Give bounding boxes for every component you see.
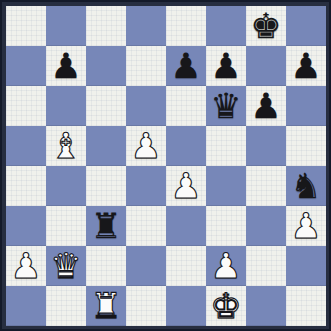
square-f8[interactable] xyxy=(206,6,246,46)
square-h8[interactable] xyxy=(286,6,326,46)
square-b8[interactable] xyxy=(46,6,86,46)
square-a4[interactable] xyxy=(6,166,46,206)
square-f7[interactable]: ♟ xyxy=(206,46,246,86)
square-g7[interactable] xyxy=(246,46,286,86)
square-d2[interactable] xyxy=(126,246,166,286)
piece-black-pawn[interactable]: ♟ xyxy=(246,86,286,126)
square-f4[interactable] xyxy=(206,166,246,206)
square-a5[interactable] xyxy=(6,126,46,166)
square-e8[interactable] xyxy=(166,6,206,46)
square-g1[interactable] xyxy=(246,286,286,326)
square-g2[interactable] xyxy=(246,246,286,286)
piece-black-pawn[interactable]: ♟ xyxy=(286,46,326,86)
square-d5[interactable]: ♟ xyxy=(126,126,166,166)
square-h1[interactable] xyxy=(286,286,326,326)
square-h2[interactable] xyxy=(286,246,326,286)
square-g6[interactable]: ♟ xyxy=(246,86,286,126)
square-d6[interactable] xyxy=(126,86,166,126)
piece-white-pawn[interactable]: ♟ xyxy=(286,206,326,246)
piece-black-pawn[interactable]: ♟ xyxy=(166,46,206,86)
square-c4[interactable] xyxy=(86,166,126,206)
square-a7[interactable] xyxy=(6,46,46,86)
piece-black-pawn[interactable]: ♟ xyxy=(46,46,86,86)
square-a1[interactable] xyxy=(6,286,46,326)
square-h4[interactable]: ♞ xyxy=(286,166,326,206)
square-h7[interactable]: ♟ xyxy=(286,46,326,86)
square-e7[interactable]: ♟ xyxy=(166,46,206,86)
square-e2[interactable] xyxy=(166,246,206,286)
piece-white-rook[interactable]: ♜ xyxy=(86,286,126,326)
piece-white-pawn[interactable]: ♟ xyxy=(126,126,166,166)
square-h3[interactable]: ♟ xyxy=(286,206,326,246)
piece-white-queen[interactable]: ♛ xyxy=(46,246,86,286)
square-a2[interactable]: ♟ xyxy=(6,246,46,286)
square-b4[interactable] xyxy=(46,166,86,206)
square-g3[interactable] xyxy=(246,206,286,246)
piece-black-knight[interactable]: ♞ xyxy=(286,166,326,206)
square-c6[interactable] xyxy=(86,86,126,126)
chess-board: ♚♟♟♟♟♛♟♝♟♟♞♜♟♟♛♟♜♚ xyxy=(6,6,326,326)
square-e4[interactable]: ♟ xyxy=(166,166,206,206)
piece-white-pawn[interactable]: ♟ xyxy=(6,246,46,286)
square-d8[interactable] xyxy=(126,6,166,46)
square-d3[interactable] xyxy=(126,206,166,246)
piece-white-pawn[interactable]: ♟ xyxy=(206,246,246,286)
square-b5[interactable]: ♝ xyxy=(46,126,86,166)
square-b1[interactable] xyxy=(46,286,86,326)
square-f3[interactable] xyxy=(206,206,246,246)
piece-black-queen[interactable]: ♛ xyxy=(206,86,246,126)
square-e5[interactable] xyxy=(166,126,206,166)
square-h6[interactable] xyxy=(286,86,326,126)
square-g4[interactable] xyxy=(246,166,286,206)
square-d7[interactable] xyxy=(126,46,166,86)
square-a3[interactable] xyxy=(6,206,46,246)
square-c2[interactable] xyxy=(86,246,126,286)
piece-black-king[interactable]: ♚ xyxy=(246,6,286,46)
piece-white-bishop[interactable]: ♝ xyxy=(46,126,86,166)
square-c7[interactable] xyxy=(86,46,126,86)
square-e6[interactable] xyxy=(166,86,206,126)
square-a6[interactable] xyxy=(6,86,46,126)
square-f2[interactable]: ♟ xyxy=(206,246,246,286)
square-f1[interactable]: ♚ xyxy=(206,286,246,326)
piece-black-rook[interactable]: ♜ xyxy=(86,206,126,246)
square-b7[interactable]: ♟ xyxy=(46,46,86,86)
square-c5[interactable] xyxy=(86,126,126,166)
square-c1[interactable]: ♜ xyxy=(86,286,126,326)
square-e3[interactable] xyxy=(166,206,206,246)
square-a8[interactable] xyxy=(6,6,46,46)
square-d1[interactable] xyxy=(126,286,166,326)
piece-white-king[interactable]: ♚ xyxy=(206,286,246,326)
square-h5[interactable] xyxy=(286,126,326,166)
piece-white-pawn[interactable]: ♟ xyxy=(166,166,206,206)
square-g5[interactable] xyxy=(246,126,286,166)
square-c8[interactable] xyxy=(86,6,126,46)
square-b2[interactable]: ♛ xyxy=(46,246,86,286)
square-e1[interactable] xyxy=(166,286,206,326)
square-g8[interactable]: ♚ xyxy=(246,6,286,46)
square-f5[interactable] xyxy=(206,126,246,166)
square-c3[interactable]: ♜ xyxy=(86,206,126,246)
chess-board-frame: ♚♟♟♟♟♛♟♝♟♟♞♜♟♟♛♟♜♚ xyxy=(0,0,331,331)
square-b3[interactable] xyxy=(46,206,86,246)
square-d4[interactable] xyxy=(126,166,166,206)
square-b6[interactable] xyxy=(46,86,86,126)
piece-black-pawn[interactable]: ♟ xyxy=(206,46,246,86)
square-f6[interactable]: ♛ xyxy=(206,86,246,126)
